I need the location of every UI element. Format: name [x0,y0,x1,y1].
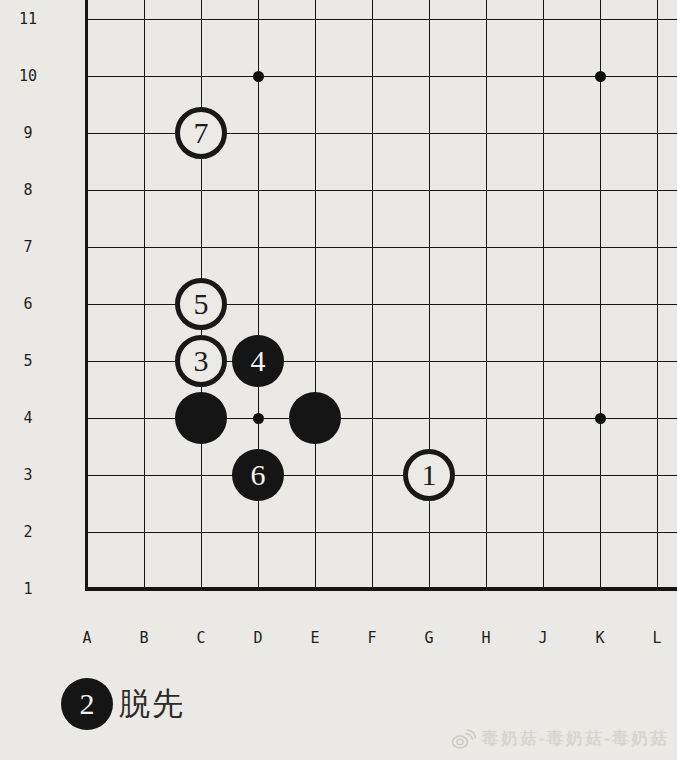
column-label-L: L [629,629,677,647]
move-number: 3 [194,346,209,376]
column-label-K: K [572,629,628,647]
board-intersection-B5 [116,333,173,390]
grid-line-vertical [372,447,373,504]
row-label-10: 10 [0,67,56,85]
board-intersection-J2 [515,504,572,561]
board-intersection-B8 [116,162,173,219]
grid-line-vertical [258,105,259,162]
caption-black-stone-2: 2 [61,678,113,730]
row-label-2: 2 [0,523,56,541]
white-stone-C5-move-3: 3 [175,335,227,387]
grid-line-vertical [315,447,316,504]
grid-line-vertical [486,447,487,504]
grid-line-vertical [543,561,544,589]
board-intersection-G11 [401,0,458,48]
board-intersection-J3 [515,447,572,504]
board-intersection-A7 [59,219,116,276]
star-point-D10 [253,71,264,82]
grid-line-vertical [372,105,373,162]
grid-line-vertical [315,48,316,105]
column-label-F: F [344,629,400,647]
grid-line-vertical [85,447,88,504]
board-intersection-L11 [629,0,677,48]
board-intersection-C4 [173,390,230,447]
black-stone-C4 [175,392,227,444]
grid-line-vertical [258,162,259,219]
move-number: 6 [251,460,266,490]
board-intersection-H6 [458,276,515,333]
board-intersection-G10 [401,48,458,105]
board-intersection-A8 [59,162,116,219]
grid-line-horizontal [85,190,116,191]
grid-line-vertical [657,105,658,162]
board-intersection-G6 [401,276,458,333]
grid-line-horizontal [629,76,677,77]
grid-line-horizontal [85,304,116,305]
board-intersection-H1 [458,561,515,618]
grid-line-vertical [429,561,430,589]
grid-line-vertical [543,447,544,504]
grid-line-vertical [258,0,259,48]
board-intersection-F9 [344,105,401,162]
board-intersection-E5 [287,333,344,390]
board-intersection-E6 [287,276,344,333]
board-intersection-J6 [515,276,572,333]
grid-line-vertical [429,504,430,561]
board-intersection-H3 [458,447,515,504]
board-intersection-C10 [173,48,230,105]
board-intersection-B2 [116,504,173,561]
grid-line-horizontal [629,532,677,533]
board-intersection-D1 [230,561,287,618]
row-label-11: 11 [0,10,56,28]
grid-line-vertical [543,276,544,333]
grid-line-vertical [600,447,601,504]
board-intersection-J11 [515,0,572,48]
grid-line-vertical [429,276,430,333]
white-stone-G3-move-1: 1 [403,449,455,501]
grid-line-vertical [372,504,373,561]
board-intersection-C5: 3 [173,333,230,390]
board-intersection-G5 [401,333,458,390]
board-intersection-L7 [629,219,677,276]
board-intersection-E10 [287,48,344,105]
board-intersection-L1 [629,561,677,618]
black-stone-D3-move-6: 6 [232,449,284,501]
board-intersection-H10 [458,48,515,105]
column-label-C: C [173,629,229,647]
board-intersection-D9 [230,105,287,162]
grid-line-vertical [372,276,373,333]
board-intersection-L4 [629,390,677,447]
grid-line-vertical [201,162,202,219]
grid-line-vertical [144,447,145,504]
board-intersection-D8 [230,162,287,219]
board-intersection-E11 [287,0,344,48]
board-intersection-F3 [344,447,401,504]
grid-line-vertical [657,333,658,390]
grid-line-horizontal [629,304,677,305]
grid-line-vertical [144,219,145,276]
board-intersection-G9 [401,105,458,162]
row-label-5: 5 [0,352,56,370]
board-intersection-A5 [59,333,116,390]
move-number: 7 [194,118,209,148]
row-label-6: 6 [0,295,56,313]
grid-line-vertical [315,333,316,390]
grid-line-horizontal [629,587,677,591]
grid-line-vertical [543,105,544,162]
column-label-D: D [230,629,286,647]
grid-line-vertical [372,390,373,447]
grid-line-vertical [600,561,601,589]
white-stone-C6-move-5: 5 [175,278,227,330]
grid-line-vertical [429,105,430,162]
row-label-3: 3 [0,466,56,484]
board-intersection-C7 [173,219,230,276]
grid-line-horizontal [85,19,116,20]
board-intersection-F4 [344,390,401,447]
grid-line-vertical [657,219,658,276]
board-intersection-K6 [572,276,629,333]
star-point-D4 [253,413,264,424]
board-intersection-J1 [515,561,572,618]
grid-line-vertical [258,504,259,561]
grid-line-vertical [144,48,145,105]
grid-line-vertical [657,48,658,105]
board-intersection-C3 [173,447,230,504]
column-label-J: J [515,629,571,647]
board-intersection-C8 [173,162,230,219]
grid-line-vertical [486,105,487,162]
row-label-8: 8 [0,181,56,199]
grid-line-vertical [85,333,88,390]
grid-line-vertical [201,504,202,561]
grid-line-vertical [600,0,601,48]
board-intersection-E9 [287,105,344,162]
grid-line-vertical [429,390,430,447]
grid-line-vertical [315,561,316,589]
board-intersection-K9 [572,105,629,162]
grid-line-vertical [372,162,373,219]
board-intersection-D5: 4 [230,333,287,390]
board-intersection-F6 [344,276,401,333]
board-intersection-K1 [572,561,629,618]
column-label-E: E [287,629,343,647]
grid-line-horizontal [629,190,677,191]
board-intersection-J9 [515,105,572,162]
grid-line-vertical [144,504,145,561]
grid-line-vertical [486,219,487,276]
board-intersection-G3: 1 [401,447,458,504]
grid-line-horizontal [629,247,677,248]
grid-line-vertical [85,219,88,276]
grid-line-vertical [486,0,487,48]
grid-line-vertical [144,390,145,447]
board-intersection-F5 [344,333,401,390]
board-intersection-H7 [458,219,515,276]
grid-line-horizontal [85,532,116,533]
grid-line-vertical [600,276,601,333]
board-intersection-E1 [287,561,344,618]
grid-line-horizontal [629,19,677,20]
grid-line-vertical [429,219,430,276]
board-intersection-C2 [173,504,230,561]
grid-line-vertical [201,447,202,504]
board-intersection-A1 [59,561,116,618]
board-intersection-B10 [116,48,173,105]
grid-line-vertical [201,561,202,589]
grid-line-vertical [600,162,601,219]
board-intersection-J8 [515,162,572,219]
white-stone-C9-move-7: 7 [175,107,227,159]
grid-line-vertical [657,0,658,48]
move-number: 5 [194,289,209,319]
board-intersection-E8 [287,162,344,219]
board-intersection-B3 [116,447,173,504]
grid-line-vertical [85,105,88,162]
grid-line-vertical [201,0,202,48]
board-intersection-D11 [230,0,287,48]
black-stone-D5-move-4: 4 [232,335,284,387]
grid-line-horizontal [629,133,677,134]
board-intersection-C11 [173,0,230,48]
board-intersection-D6 [230,276,287,333]
grid-line-vertical [543,390,544,447]
caption-move-2-tenuki: 2 脱先 [61,678,185,730]
move-number: 1 [422,460,437,490]
grid-line-vertical [315,0,316,48]
move-number: 4 [251,346,266,376]
board-intersection-L10 [629,48,677,105]
grid-line-vertical [372,219,373,276]
grid-line-vertical [486,276,487,333]
grid-line-vertical [657,504,658,561]
board-intersection-B4 [116,390,173,447]
board-intersection-H4 [458,390,515,447]
grid-line-vertical [600,504,601,561]
grid-line-vertical [543,0,544,48]
board-intersection-G2 [401,504,458,561]
grid-line-horizontal [85,133,116,134]
board-intersection-A9 [59,105,116,162]
grid-line-vertical [657,390,658,447]
grid-line-vertical [372,561,373,589]
weibo-icon [450,728,476,750]
grid-line-vertical [486,504,487,561]
black-stone-E4 [289,392,341,444]
grid-line-vertical [543,504,544,561]
board-intersection-L6 [629,276,677,333]
board-intersection-F11 [344,0,401,48]
grid-line-horizontal [629,418,677,419]
board-intersection-G4 [401,390,458,447]
grid-line-vertical [372,48,373,105]
grid-line-vertical [144,333,145,390]
grid-line-vertical [144,276,145,333]
caption-text: 脱先 [119,683,185,725]
board-intersection-K5 [572,333,629,390]
grid-line-vertical [144,0,145,48]
board-intersection-L8 [629,162,677,219]
column-label-H: H [458,629,514,647]
grid-line-horizontal [85,76,116,77]
grid-line-vertical [85,504,88,561]
board-intersection-L5 [629,333,677,390]
column-label-B: B [116,629,172,647]
board-intersection-D2 [230,504,287,561]
grid-line-vertical [486,561,487,589]
board-intersection-A4 [59,390,116,447]
grid-line-vertical [258,561,259,589]
star-point-K10 [595,71,606,82]
column-label-G: G [401,629,457,647]
board-intersection-A2 [59,504,116,561]
grid-line-vertical [315,504,316,561]
row-label-1: 1 [0,580,56,598]
board-intersection-B9 [116,105,173,162]
grid-line-vertical [372,0,373,48]
grid-line-vertical [315,105,316,162]
grid-line-vertical [600,219,601,276]
grid-line-vertical [85,48,88,105]
grid-line-vertical [144,162,145,219]
grid-line-horizontal [85,418,116,419]
grid-line-vertical [315,219,316,276]
board-intersection-H5 [458,333,515,390]
board-intersection-G8 [401,162,458,219]
board-intersection-E4 [287,390,344,447]
board-intersection-H2 [458,504,515,561]
board-intersection-K8 [572,162,629,219]
board-intersection-H11 [458,0,515,48]
board-intersection-D4 [230,390,287,447]
board-intersection-K3 [572,447,629,504]
board-intersection-L3 [629,447,677,504]
grid-line-vertical [85,390,88,447]
board-intersection-A6 [59,276,116,333]
board-intersection-K11 [572,0,629,48]
grid-line-vertical [657,447,658,504]
grid-line-vertical [372,333,373,390]
board-intersection-B6 [116,276,173,333]
board-intersection-K4 [572,390,629,447]
grid-line-vertical [600,105,601,162]
grid-line-vertical [85,276,88,333]
grid-line-vertical [486,333,487,390]
grid-line-vertical [201,219,202,276]
star-point-K4 [595,413,606,424]
board-intersection-L2 [629,504,677,561]
grid-line-vertical [657,561,658,589]
grid-line-vertical [85,162,88,219]
watermark-text: 毒奶菇-毒奶菇-毒奶菇 [482,727,669,750]
board-intersection-B11 [116,0,173,48]
grid-line-vertical [486,48,487,105]
board-intersection-F1 [344,561,401,618]
board-intersection-H8 [458,162,515,219]
grid-line-horizontal [629,475,677,476]
grid-line-vertical [85,561,88,589]
board-intersection-B7 [116,219,173,276]
go-diagram-page: 753461 1110987654321 ABCDEFGHJKL 2 脱先 毒奶… [0,0,677,760]
grid-line-vertical [429,162,430,219]
grid-line-horizontal [85,247,116,248]
board-intersection-E3 [287,447,344,504]
board-intersection-E7 [287,219,344,276]
grid-line-vertical [201,48,202,105]
board-intersection-F7 [344,219,401,276]
grid-line-vertical [486,162,487,219]
board-intersection-D3: 6 [230,447,287,504]
board-intersection-B1 [116,561,173,618]
caption-stone-number: 2 [80,689,95,719]
grid-line-vertical [543,162,544,219]
grid-line-vertical [486,390,487,447]
board-intersection-G1 [401,561,458,618]
grid-line-vertical [258,276,259,333]
row-label-4: 4 [0,409,56,427]
board-intersection-J5 [515,333,572,390]
row-label-9: 9 [0,124,56,142]
board-intersection-K10 [572,48,629,105]
board-intersection-A11 [59,0,116,48]
watermark: 毒奶菇-毒奶菇-毒奶菇 [450,727,669,750]
board-intersection-C1 [173,561,230,618]
board-intersection-K7 [572,219,629,276]
grid-line-vertical [543,48,544,105]
column-label-A: A [59,629,115,647]
grid-line-vertical [315,162,316,219]
board-intersection-A3 [59,447,116,504]
board-intersection-L9 [629,105,677,162]
board-intersection-G7 [401,219,458,276]
board-intersection-J4 [515,390,572,447]
grid-line-horizontal [85,361,116,362]
grid-line-horizontal [85,475,116,476]
grid-line-vertical [315,276,316,333]
board-intersection-F10 [344,48,401,105]
board-intersection-H9 [458,105,515,162]
grid-line-vertical [543,219,544,276]
board-intersection-K2 [572,504,629,561]
go-board: 753461 [59,0,677,618]
grid-line-vertical [657,276,658,333]
board-intersection-J10 [515,48,572,105]
grid-line-vertical [144,105,145,162]
board-intersection-E2 [287,504,344,561]
board-intersection-F2 [344,504,401,561]
board-intersection-F8 [344,162,401,219]
grid-line-vertical [429,333,430,390]
row-label-7: 7 [0,238,56,256]
board-intersection-C6: 5 [173,276,230,333]
board-intersection-A10 [59,48,116,105]
board-intersection-D7 [230,219,287,276]
board-intersection-D10 [230,48,287,105]
grid-line-vertical [144,561,145,589]
grid-line-vertical [657,162,658,219]
board-intersection-J7 [515,219,572,276]
grid-line-vertical [600,333,601,390]
grid-line-vertical [429,0,430,48]
grid-line-vertical [258,219,259,276]
grid-line-vertical [85,0,88,48]
grid-line-horizontal [85,587,116,591]
board-intersection-C9: 7 [173,105,230,162]
grid-line-horizontal [629,361,677,362]
grid-line-vertical [429,48,430,105]
